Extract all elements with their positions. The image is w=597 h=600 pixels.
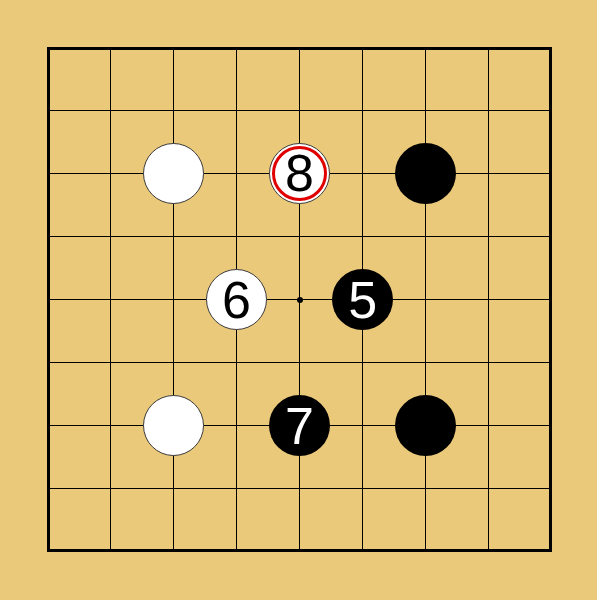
- black-stone-G7[interactable]: [395, 143, 456, 204]
- board-point-C7: [142, 142, 205, 205]
- white-stone-C7[interactable]: [143, 143, 204, 204]
- white-stone-D5[interactable]: 6: [206, 269, 267, 330]
- white-stone-E7-last-move[interactable]: 8: [269, 143, 330, 204]
- black-stone-F5[interactable]: 5: [332, 269, 393, 330]
- board-point-G7: [394, 142, 457, 205]
- board-point-D5: 6: [205, 268, 268, 331]
- board-point-E3: 7: [268, 394, 331, 457]
- white-stone-C3[interactable]: [143, 395, 204, 456]
- stones-layer: 8657: [15, 15, 583, 583]
- board-point-G3: [394, 394, 457, 457]
- board-point-E7: 8: [268, 142, 331, 205]
- black-stone-G3[interactable]: [395, 395, 456, 456]
- move-number-label: 7: [285, 400, 314, 452]
- move-number-label: 8: [285, 147, 314, 199]
- board-point-F5: 5: [331, 268, 394, 331]
- move-number-label: 5: [348, 274, 377, 326]
- go-diagram: 8657: [0, 0, 597, 600]
- board-point-C3: [142, 394, 205, 457]
- move-number-label: 6: [222, 274, 251, 326]
- black-stone-E3[interactable]: 7: [269, 395, 330, 456]
